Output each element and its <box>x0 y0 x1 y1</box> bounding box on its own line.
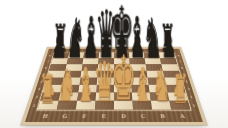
white-knight-g1[interactable]: ♞ <box>57 63 76 108</box>
square-h1[interactable]: ♜ <box>38 101 59 110</box>
square-g1[interactable]: ♞ <box>57 101 77 110</box>
file-label-g: G <box>54 111 75 120</box>
file-label-d: D <box>114 111 134 120</box>
file-label-h: H <box>35 111 57 120</box>
white-rook-a1[interactable]: ♜ <box>173 70 189 109</box>
white-rook-h1[interactable]: ♜ <box>39 70 55 109</box>
file-labels: HGFEDCBA <box>35 111 194 120</box>
board-squares: ♜♞♝♛♚♝♞♜♟♟♟♟♟♟♟♟♟♟♟♟♟♟♟♟♜♞♝♛♚♝♞♜ <box>38 53 191 110</box>
file-label-c: C <box>133 111 153 120</box>
white-knight-b1[interactable]: ♞ <box>152 63 171 108</box>
white-bishop-c1[interactable]: ♝ <box>133 62 152 109</box>
square-a1[interactable]: ♜ <box>169 101 190 110</box>
file-label-a: A <box>172 111 194 120</box>
square-d1[interactable]: ♚ <box>114 101 133 110</box>
square-b1[interactable]: ♞ <box>151 101 171 110</box>
square-c1[interactable]: ♝ <box>132 101 152 110</box>
file-label-f: F <box>74 111 94 120</box>
chess-set-photo: ♜♞♝♛♚♝♞♜♟♟♟♟♟♟♟♟♟♟♟♟♟♟♟♟♜♞♝♛♚♝♞♜ HGFEDCB… <box>0 0 228 128</box>
file-label-b: B <box>152 111 173 120</box>
rank-label-1: 1 <box>189 101 199 110</box>
chess-board: ♜♞♝♛♚♝♞♜♟♟♟♟♟♟♟♟♟♟♟♟♟♟♟♟♜♞♝♛♚♝♞♜ HGFEDCB… <box>25 49 203 122</box>
file-label-e: E <box>94 111 114 120</box>
